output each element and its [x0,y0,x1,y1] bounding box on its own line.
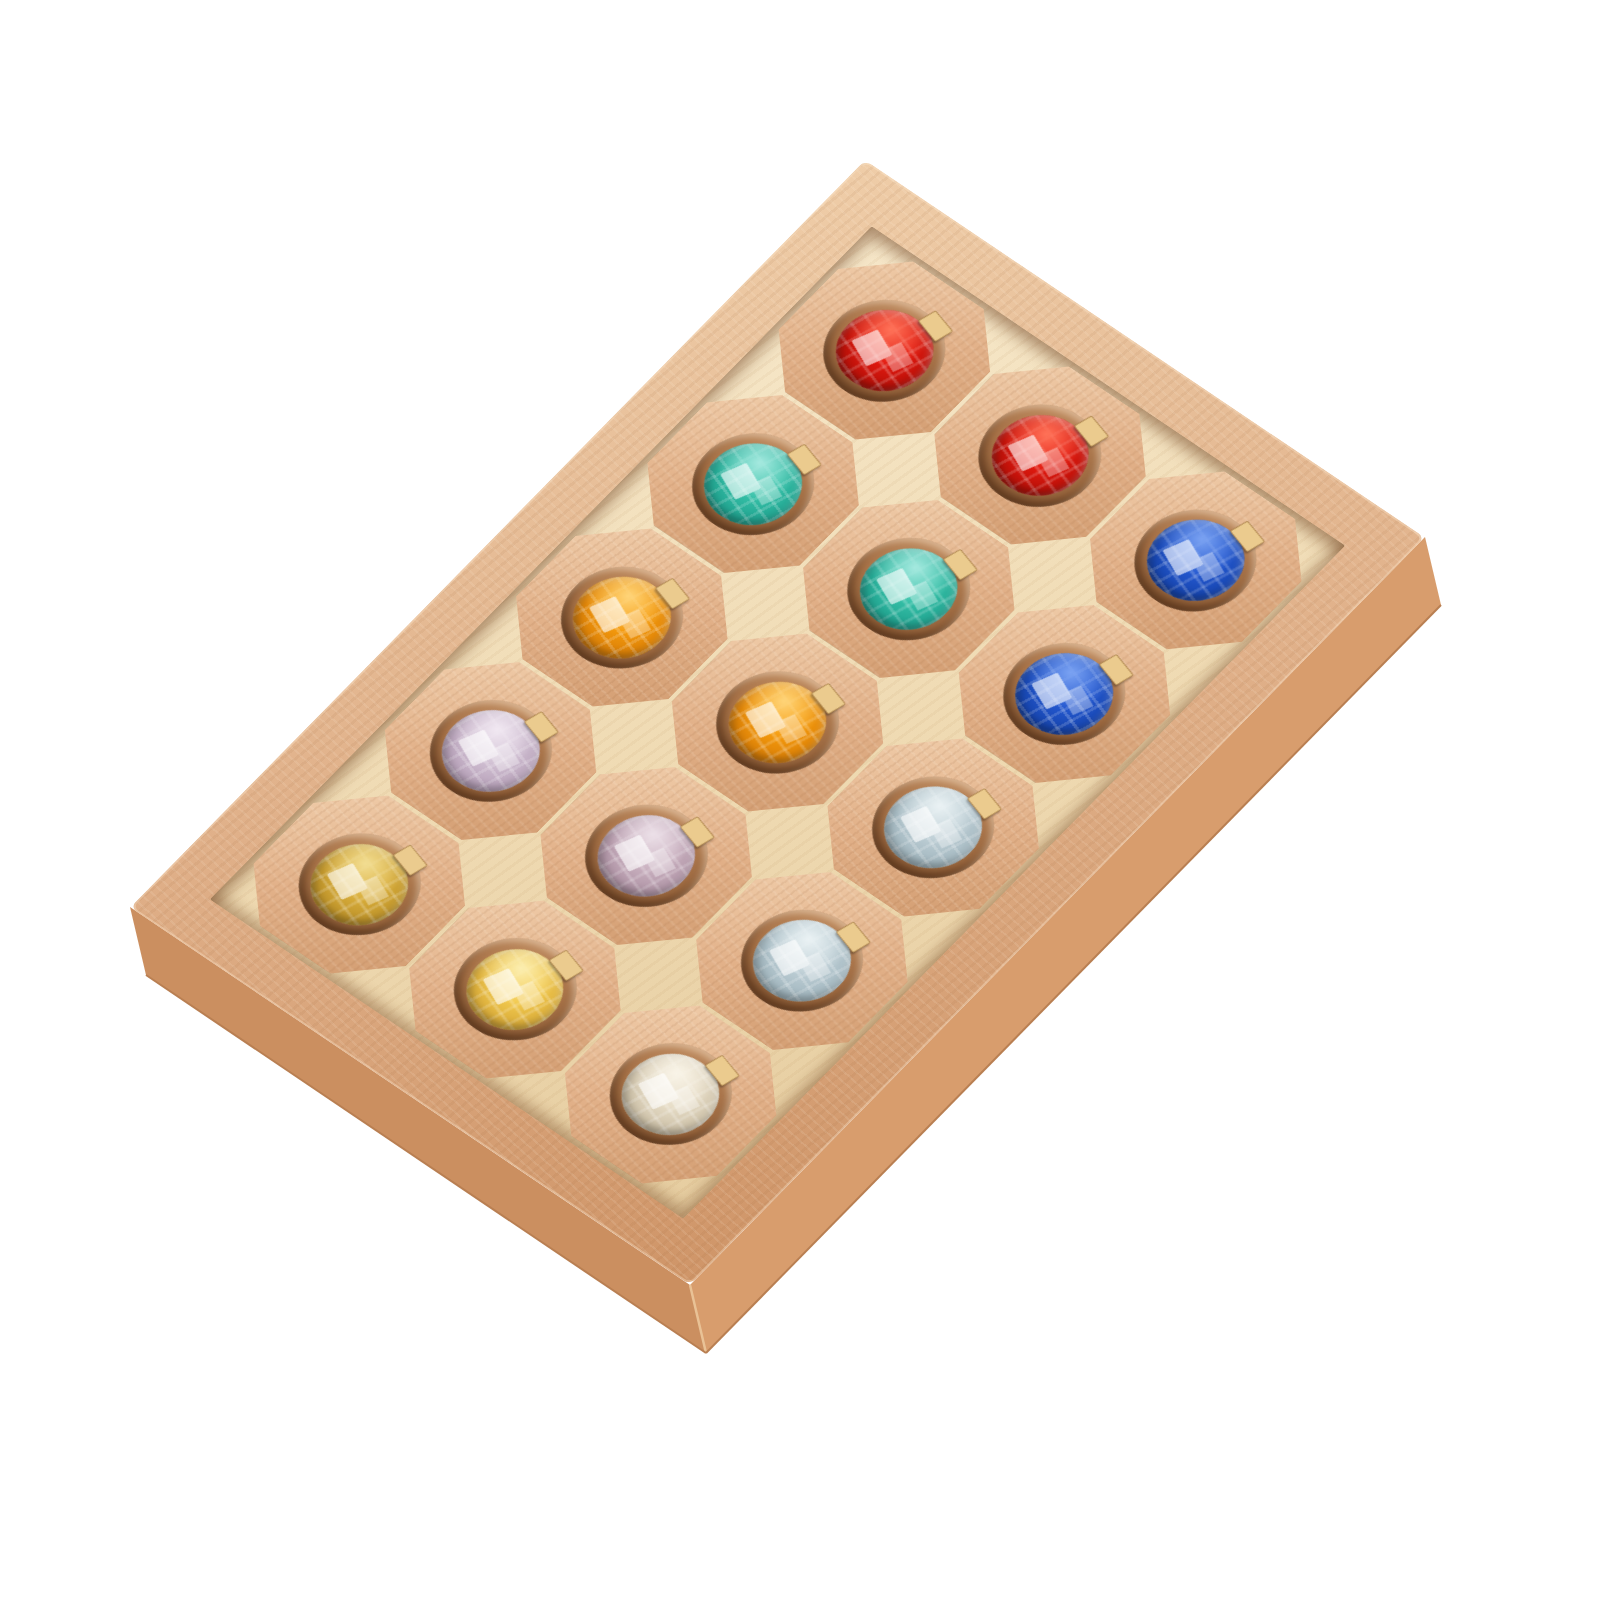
gem-facet-glint [745,701,787,738]
block-hole [560,785,732,928]
gem-blue [996,637,1133,751]
block-hole [716,890,888,1033]
gem-mauve [578,799,715,913]
gem-slate [733,904,870,1018]
gem-facet-glint [1007,434,1049,471]
gem-facet-glint [613,835,655,872]
gem-red [971,398,1108,512]
block-hole [954,384,1126,527]
gem-gold [446,932,583,1046]
gem-orange [553,560,690,674]
gem-facet-glint [1163,539,1205,576]
gem-facet-glint [900,806,942,843]
block-hole [585,1023,757,1166]
gem-slate [865,770,1002,884]
block-hole [847,756,1019,899]
gem-facet-glint [1032,672,1074,709]
block-hole [667,413,838,556]
gem-facet-glint [852,329,894,366]
gem-facet-glint [458,730,500,767]
block-hole [799,279,970,422]
gem-blue [1127,503,1264,617]
gem-facet-glint [638,1073,680,1110]
block-hole [692,651,864,794]
gem-facet-glint [326,863,368,900]
block-hole [979,623,1151,766]
block-hole [823,518,995,661]
gem-facet-glint [720,463,762,500]
block-hole [405,680,576,823]
gem-facet-glint [876,567,918,604]
gem-facet-glint [589,596,631,633]
gem-facet-glint [769,939,811,976]
block-hole [536,546,707,689]
gem-orange [709,665,846,779]
block-hole [274,813,445,956]
gem-teal [840,532,977,646]
gem-facet-glint [482,968,524,1005]
block-hole [1110,489,1282,632]
gem-cream [602,1037,739,1151]
gem-lavender [422,694,559,808]
gem-mustard [291,828,428,942]
block-hole [429,918,601,1061]
